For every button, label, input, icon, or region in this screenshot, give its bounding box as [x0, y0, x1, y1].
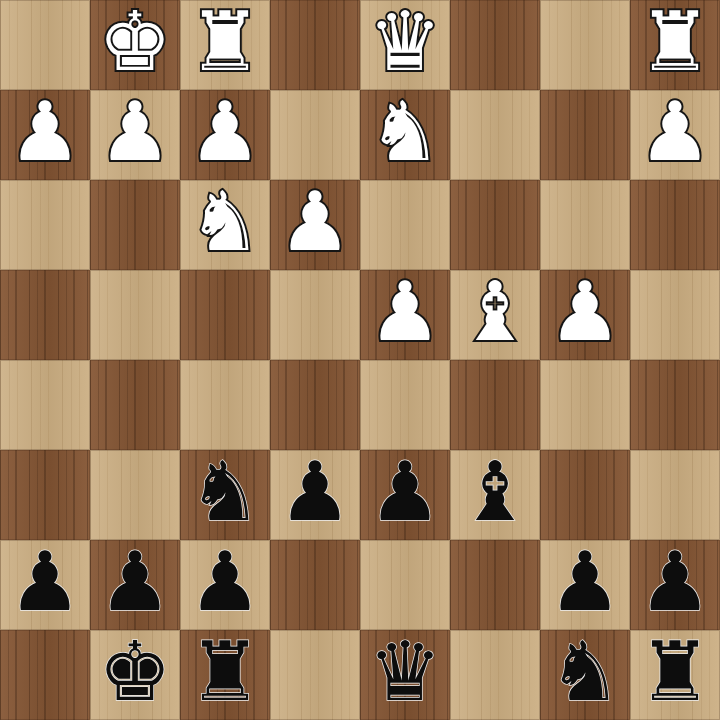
black-pawn-icon[interactable]: ♟: [98, 537, 172, 627]
square-h5[interactable]: [0, 360, 90, 450]
chess-board: ♚♜♛♜♟♟♟♞♟♞♟♟♝♟♞♟♟♝♟♟♟♟♟♚♜♛♞♜: [0, 0, 720, 720]
square-b5[interactable]: [540, 360, 630, 450]
square-g2[interactable]: ♟: [90, 90, 180, 180]
square-b3[interactable]: [540, 180, 630, 270]
square-c8[interactable]: [450, 630, 540, 720]
square-g1[interactable]: ♚: [90, 0, 180, 90]
black-pawn-icon[interactable]: ♟: [368, 447, 442, 537]
black-knight-icon[interactable]: ♞: [548, 627, 622, 717]
square-h7[interactable]: ♟: [0, 540, 90, 630]
square-g5[interactable]: [90, 360, 180, 450]
square-g3[interactable]: [90, 180, 180, 270]
white-pawn-icon[interactable]: ♟: [98, 87, 172, 177]
square-b7[interactable]: ♟: [540, 540, 630, 630]
black-pawn-icon[interactable]: ♟: [548, 537, 622, 627]
square-a4[interactable]: [630, 270, 720, 360]
square-c5[interactable]: [450, 360, 540, 450]
white-bishop-icon[interactable]: ♝: [458, 267, 532, 357]
square-c6[interactable]: ♝: [450, 450, 540, 540]
black-rook-icon[interactable]: ♜: [638, 627, 712, 717]
white-rook-icon[interactable]: ♜: [638, 0, 712, 87]
black-pawn-icon[interactable]: ♟: [638, 537, 712, 627]
square-f2[interactable]: ♟: [180, 90, 270, 180]
square-e6[interactable]: ♟: [270, 450, 360, 540]
square-c2[interactable]: [450, 90, 540, 180]
square-g8[interactable]: ♚: [90, 630, 180, 720]
square-e5[interactable]: [270, 360, 360, 450]
white-queen-icon[interactable]: ♛: [368, 0, 442, 87]
white-pawn-icon[interactable]: ♟: [368, 267, 442, 357]
square-b1[interactable]: [540, 0, 630, 90]
white-knight-icon[interactable]: ♞: [188, 177, 262, 267]
square-a6[interactable]: [630, 450, 720, 540]
black-rook-icon[interactable]: ♜: [188, 627, 262, 717]
square-f6[interactable]: ♞: [180, 450, 270, 540]
white-king-icon[interactable]: ♚: [98, 0, 172, 87]
square-a3[interactable]: [630, 180, 720, 270]
square-h4[interactable]: [0, 270, 90, 360]
square-c3[interactable]: [450, 180, 540, 270]
square-h3[interactable]: [0, 180, 90, 270]
square-f1[interactable]: ♜: [180, 0, 270, 90]
square-g7[interactable]: ♟: [90, 540, 180, 630]
square-h8[interactable]: [0, 630, 90, 720]
white-pawn-icon[interactable]: ♟: [188, 87, 262, 177]
black-queen-icon[interactable]: ♛: [368, 627, 442, 717]
square-d3[interactable]: [360, 180, 450, 270]
square-b4[interactable]: ♟: [540, 270, 630, 360]
white-knight-icon[interactable]: ♞: [368, 87, 442, 177]
square-d1[interactable]: ♛: [360, 0, 450, 90]
square-c1[interactable]: [450, 0, 540, 90]
square-f5[interactable]: [180, 360, 270, 450]
black-knight-icon[interactable]: ♞: [188, 447, 262, 537]
square-e7[interactable]: [270, 540, 360, 630]
square-d8[interactable]: ♛: [360, 630, 450, 720]
white-pawn-icon[interactable]: ♟: [278, 177, 352, 267]
square-g4[interactable]: [90, 270, 180, 360]
square-f7[interactable]: ♟: [180, 540, 270, 630]
square-d6[interactable]: ♟: [360, 450, 450, 540]
black-bishop-icon[interactable]: ♝: [458, 447, 532, 537]
square-c7[interactable]: [450, 540, 540, 630]
square-e3[interactable]: ♟: [270, 180, 360, 270]
black-pawn-icon[interactable]: ♟: [278, 447, 352, 537]
square-d2[interactable]: ♞: [360, 90, 450, 180]
square-f4[interactable]: [180, 270, 270, 360]
square-a7[interactable]: ♟: [630, 540, 720, 630]
square-d5[interactable]: [360, 360, 450, 450]
square-h6[interactable]: [0, 450, 90, 540]
square-b8[interactable]: ♞: [540, 630, 630, 720]
square-d4[interactable]: ♟: [360, 270, 450, 360]
white-pawn-icon[interactable]: ♟: [8, 87, 82, 177]
square-e4[interactable]: [270, 270, 360, 360]
square-h2[interactable]: ♟: [0, 90, 90, 180]
black-pawn-icon[interactable]: ♟: [188, 537, 262, 627]
square-b6[interactable]: [540, 450, 630, 540]
white-pawn-icon[interactable]: ♟: [548, 267, 622, 357]
square-h1[interactable]: [0, 0, 90, 90]
square-a5[interactable]: [630, 360, 720, 450]
square-a2[interactable]: ♟: [630, 90, 720, 180]
square-d7[interactable]: [360, 540, 450, 630]
square-f3[interactable]: ♞: [180, 180, 270, 270]
black-king-icon[interactable]: ♚: [98, 627, 172, 717]
square-c4[interactable]: ♝: [450, 270, 540, 360]
square-a8[interactable]: ♜: [630, 630, 720, 720]
square-e8[interactable]: [270, 630, 360, 720]
square-f8[interactable]: ♜: [180, 630, 270, 720]
square-b2[interactable]: [540, 90, 630, 180]
square-e2[interactable]: [270, 90, 360, 180]
square-e1[interactable]: [270, 0, 360, 90]
white-rook-icon[interactable]: ♜: [188, 0, 262, 87]
square-a1[interactable]: ♜: [630, 0, 720, 90]
white-pawn-icon[interactable]: ♟: [638, 87, 712, 177]
square-g6[interactable]: [90, 450, 180, 540]
black-pawn-icon[interactable]: ♟: [8, 537, 82, 627]
